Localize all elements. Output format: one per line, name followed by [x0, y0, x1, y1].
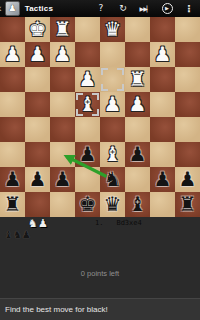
black-piece-P: ♟ [75, 142, 100, 167]
square-b4[interactable] [150, 92, 175, 117]
square-e8[interactable]: ♚ [75, 192, 100, 217]
points-left-label: 0 points left [0, 269, 200, 278]
square-a7[interactable]: ♟ [175, 167, 200, 192]
black-piece-R: ♜ [175, 192, 200, 217]
square-h3[interactable] [0, 67, 25, 92]
square-g7[interactable]: ♟ [25, 167, 50, 192]
white-piece-P: ♟ [150, 42, 175, 67]
black-piece-P: ♟ [0, 167, 25, 192]
square-a8[interactable]: ♜ [175, 192, 200, 217]
square-g2[interactable]: ♟ [25, 42, 50, 67]
restart-icon[interactable]: ↻ [112, 0, 134, 17]
black-piece-Q: ♛ [100, 192, 125, 217]
play-icon[interactable]: ▶ [156, 0, 178, 17]
square-b3[interactable] [150, 67, 175, 92]
highlight-corner [76, 109, 83, 116]
captured-white-P: ♟ [38, 217, 48, 230]
square-d5[interactable] [100, 117, 125, 142]
square-h8[interactable]: ♜ [0, 192, 25, 217]
square-h7[interactable]: ♟ [0, 167, 25, 192]
highlight-corner [92, 93, 99, 100]
white-piece-B: ♝ [100, 142, 125, 167]
black-piece-P: ♟ [50, 167, 75, 192]
white-piece-K: ♚ [25, 17, 50, 42]
square-b5[interactable] [150, 117, 175, 142]
white-piece-P: ♟ [125, 92, 150, 117]
square-e3[interactable]: ♟ [75, 67, 100, 92]
move-san: Bd3xe4 [116, 219, 141, 227]
black-piece-R: ♜ [0, 192, 25, 217]
square-g3[interactable] [25, 67, 50, 92]
help-icon[interactable]: ? [90, 0, 112, 17]
move-list: 1. Bd3xe4 [95, 219, 142, 227]
highlight-corner [117, 68, 124, 75]
square-f6[interactable] [50, 142, 75, 167]
square-e4[interactable]: ♝ [75, 92, 100, 117]
square-d7[interactable]: ♞ [100, 167, 125, 192]
square-a2[interactable] [175, 42, 200, 67]
chess-board: ♚♜♛♟♟♟♟♟♜♝♟♟♟♝♟♟♟♟♞♟♟♜♚♛♝♜ [0, 17, 200, 217]
captured-black-B: ♝ [4, 229, 13, 240]
square-g8[interactable] [25, 192, 50, 217]
black-piece-P: ♟ [150, 167, 175, 192]
square-b2[interactable]: ♟ [150, 42, 175, 67]
square-e6[interactable]: ♟ [75, 142, 100, 167]
prompt-text: Find the best move for black! [5, 305, 108, 314]
white-piece-Q: ♛ [100, 17, 125, 42]
black-piece-K: ♚ [75, 192, 100, 217]
white-piece-P: ♟ [100, 92, 125, 117]
black-piece-N: ♞ [100, 167, 125, 192]
black-piece-P: ♟ [175, 167, 200, 192]
square-c3[interactable]: ♜ [125, 67, 150, 92]
square-e2[interactable] [75, 42, 100, 67]
square-g6[interactable] [25, 142, 50, 167]
white-piece-P: ♟ [50, 42, 75, 67]
square-c5[interactable] [125, 117, 150, 142]
white-piece-P: ♟ [0, 42, 25, 67]
white-piece-P: ♟ [25, 42, 50, 67]
square-h4[interactable] [0, 92, 25, 117]
square-f8[interactable] [50, 192, 75, 217]
square-d1[interactable]: ♛ [100, 17, 125, 42]
square-g4[interactable] [25, 92, 50, 117]
square-a4[interactable] [175, 92, 200, 117]
square-d6[interactable]: ♝ [100, 142, 125, 167]
black-piece-P: ♟ [125, 142, 150, 167]
highlight-corner [117, 84, 124, 91]
square-g5[interactable] [25, 117, 50, 142]
highlight-corner [101, 84, 108, 91]
square-e7[interactable] [75, 167, 100, 192]
white-piece-R: ♜ [125, 67, 150, 92]
square-a6[interactable] [175, 142, 200, 167]
captured-black-P: ♟ [22, 229, 31, 240]
square-h6[interactable] [0, 142, 25, 167]
square-b1[interactable] [150, 17, 175, 42]
square-e1[interactable] [75, 17, 100, 42]
square-c4[interactable]: ♟ [125, 92, 150, 117]
app-icon-pawn-glyph: ♟ [8, 4, 16, 13]
square-h1[interactable] [0, 17, 25, 42]
square-d8[interactable]: ♛ [100, 192, 125, 217]
captured-black-N: ♞ [13, 229, 22, 240]
white-piece-P: ♟ [75, 67, 100, 92]
square-f2[interactable]: ♟ [50, 42, 75, 67]
square-f3[interactable] [50, 67, 75, 92]
square-b6[interactable] [150, 142, 175, 167]
square-d2[interactable] [100, 42, 125, 67]
captured-black-pieces-tray: ♝♞♟ [4, 229, 31, 240]
black-piece-B: ♝ [125, 192, 150, 217]
app-icon[interactable]: ♟ [5, 1, 20, 16]
square-f4[interactable] [50, 92, 75, 117]
highlight-corner [92, 109, 99, 116]
highlight-corner [101, 68, 108, 75]
white-piece-R: ♜ [50, 17, 75, 42]
square-f5[interactable] [50, 117, 75, 142]
square-f1[interactable]: ♜ [50, 17, 75, 42]
back-chevron-icon[interactable]: ‹ [0, 0, 2, 17]
action-buttons: ?↻▶▶▏▶⋮ [90, 0, 200, 17]
overflow-menu-icon[interactable]: ⋮ [178, 0, 200, 17]
square-a5[interactable] [175, 117, 200, 142]
square-d4[interactable]: ♟ [100, 92, 125, 117]
highlight-corner [76, 93, 83, 100]
square-g1[interactable]: ♚ [25, 17, 50, 42]
square-h2[interactable]: ♟ [0, 42, 25, 67]
square-c1[interactable] [125, 17, 150, 42]
info-panel: ♞♟ ♝♞♟ 1. Bd3xe4 0 points left [0, 217, 200, 298]
square-b8[interactable] [150, 192, 175, 217]
square-d3[interactable] [100, 67, 125, 92]
square-c2[interactable] [125, 42, 150, 67]
black-piece-P: ♟ [25, 167, 50, 192]
square-b7[interactable]: ♟ [150, 167, 175, 192]
square-f7[interactable]: ♟ [50, 167, 75, 192]
square-a1[interactable] [175, 17, 200, 42]
square-a3[interactable] [175, 67, 200, 92]
status-bar: Find the best move for black! [0, 298, 200, 320]
tactics-app: ‹ ♟ Tactics ?↻▶▶▏▶⋮ ♚♜♛♟♟♟♟♟♜♝♟♟♟♝♟♟♟♟♞♟… [0, 0, 200, 320]
square-e5[interactable] [75, 117, 100, 142]
square-h5[interactable] [0, 117, 25, 142]
move-number: 1. [95, 219, 103, 227]
square-c8[interactable]: ♝ [125, 192, 150, 217]
page-title: Tactics [25, 4, 53, 13]
skip-icon[interactable]: ▶▶▏ [134, 0, 156, 17]
square-c6[interactable]: ♟ [125, 142, 150, 167]
square-c7[interactable] [125, 167, 150, 192]
action-bar: ‹ ♟ Tactics ?↻▶▶▏▶⋮ [0, 0, 200, 17]
